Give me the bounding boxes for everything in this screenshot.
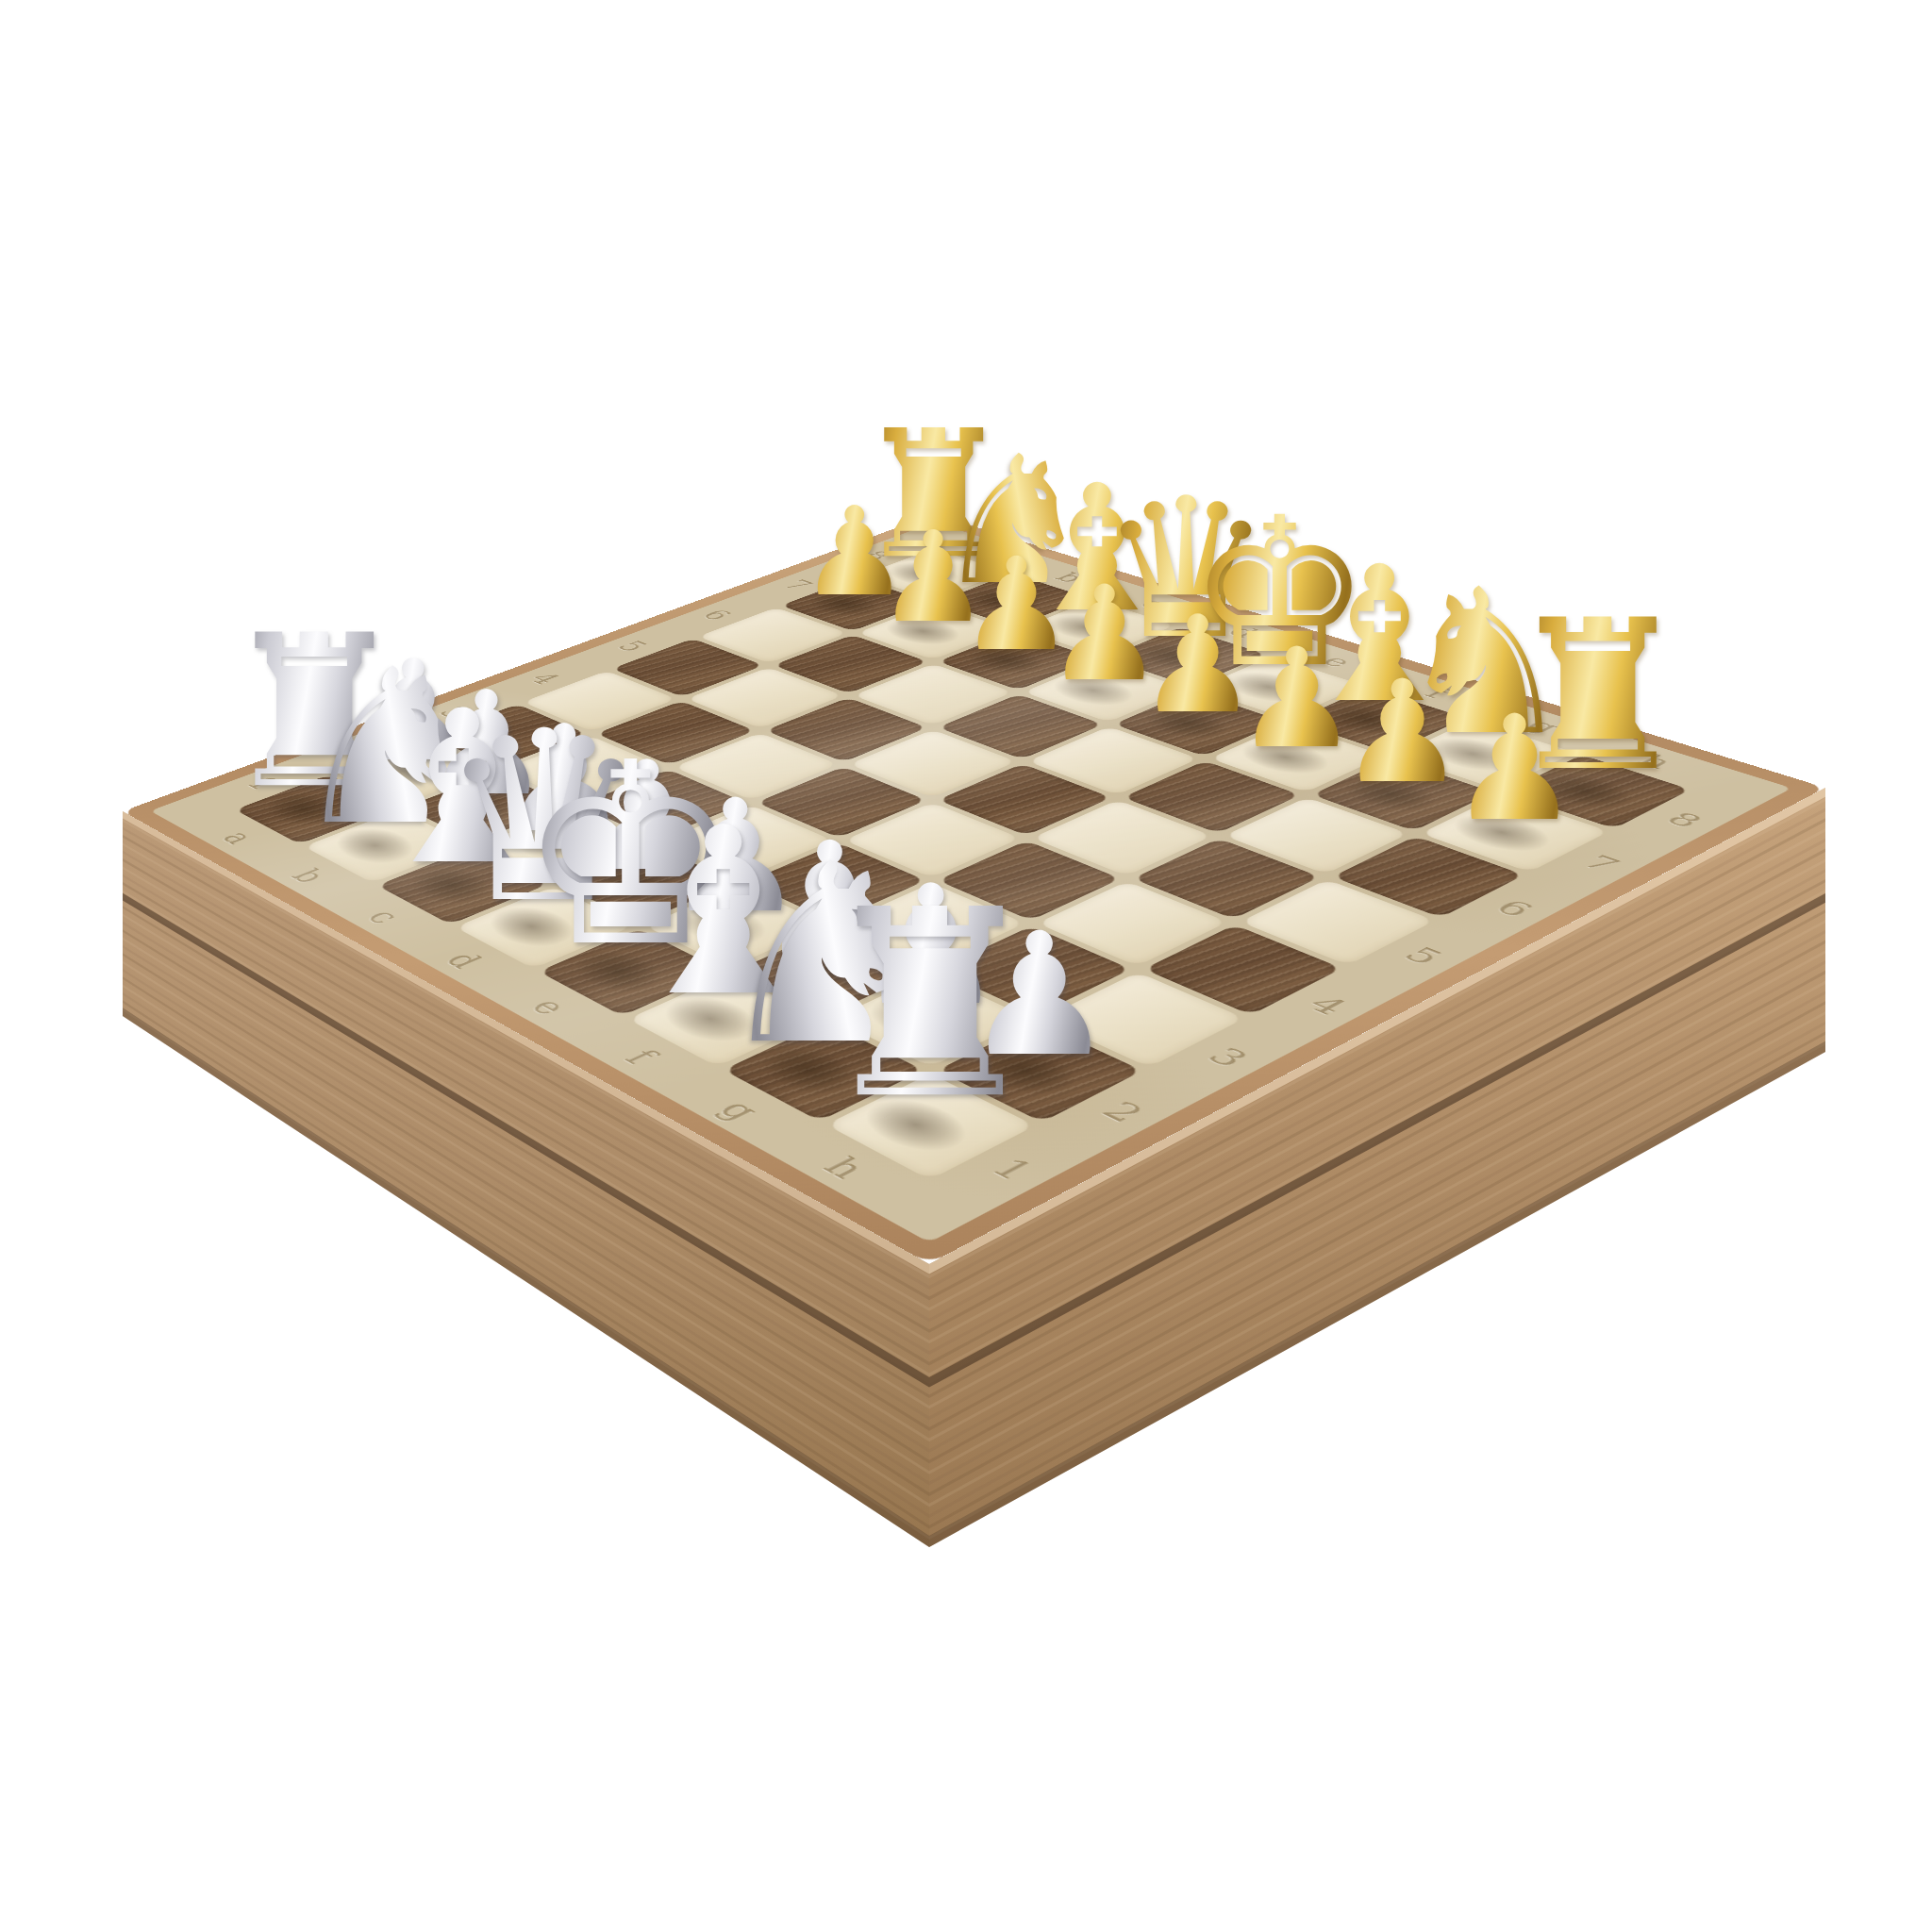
piece-black-pawn-h7[interactable]: ♟ [1449,696,1579,841]
gold-pawn-glyph: ♟ [1449,696,1579,841]
rank-label-5-near: 5 [1395,941,1453,968]
rank-label-3-near: 3 [1199,1042,1259,1072]
silver-rook-glyph: ♜ [814,876,1046,1135]
rank-label-4-near: 4 [1299,991,1357,1019]
rank-label-6-near: 6 [1487,895,1542,921]
gold-pawn-glyph: ♟ [1339,661,1465,803]
rank-label-6-far: 6 [695,607,740,623]
rank-label-2-near: 2 [1093,1095,1156,1126]
rank-label-1-near: 1 [982,1152,1046,1185]
piece-black-pawn-g7[interactable]: ♟ [1339,661,1465,803]
scene: aa11bb22cc33dd44ee55ff66gg77hh88 ♜♞♝♛♚♝♞… [0,0,1932,1932]
file-label-h-near: h [814,1151,878,1184]
piece-white-rook-h1[interactable]: ♜ [814,876,1046,1135]
file-label-f-near: f [616,1044,668,1069]
rank-label-7-near: 7 [1574,851,1629,875]
